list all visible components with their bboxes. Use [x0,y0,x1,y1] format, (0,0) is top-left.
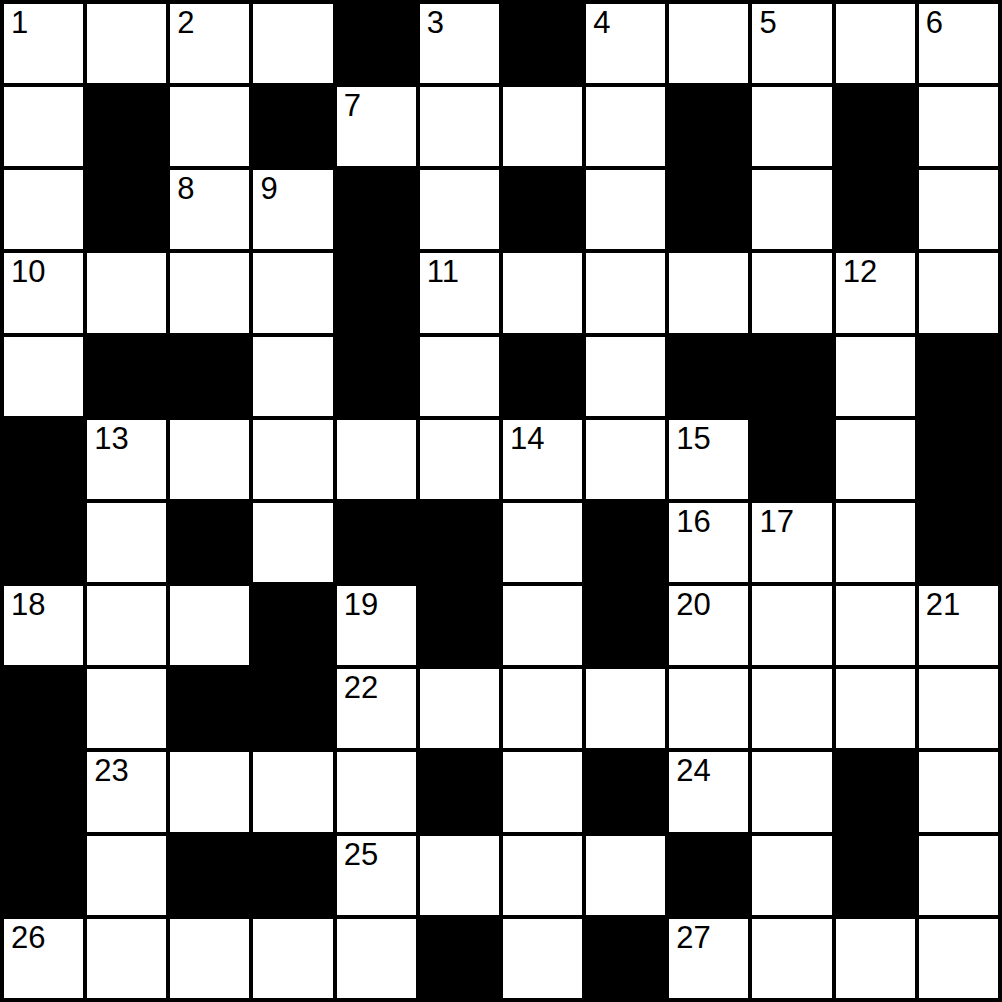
white-cell[interactable] [253,503,332,582]
black-cell [170,503,249,582]
white-cell[interactable]: 26 [4,919,83,998]
white-cell[interactable]: 10 [4,253,83,332]
white-cell[interactable]: 14 [503,420,582,499]
black-cell [669,337,748,416]
white-cell[interactable]: 20 [669,586,748,665]
white-cell[interactable] [87,836,166,915]
white-cell[interactable] [669,4,748,83]
white-cell[interactable]: 13 [87,420,166,499]
white-cell[interactable] [836,586,915,665]
black-cell [337,503,416,582]
clue-number: 17 [759,506,793,537]
white-cell[interactable] [586,337,665,416]
black-cell [836,170,915,249]
clue-number: 20 [676,589,710,620]
white-cell[interactable] [253,4,332,83]
black-cell [669,170,748,249]
black-cell [919,420,998,499]
white-cell[interactable] [170,253,249,332]
white-cell[interactable] [170,420,249,499]
white-cell[interactable] [337,420,416,499]
white-cell[interactable] [752,752,831,831]
white-cell[interactable] [919,253,998,332]
white-cell[interactable] [503,503,582,582]
white-cell[interactable] [752,919,831,998]
white-cell[interactable] [836,420,915,499]
white-cell[interactable] [919,669,998,748]
white-cell[interactable] [503,919,582,998]
clue-number: 16 [676,506,710,537]
white-cell[interactable]: 1 [4,4,83,83]
clue-number: 15 [676,423,710,454]
black-cell [836,87,915,166]
white-cell[interactable] [337,752,416,831]
black-cell [836,836,915,915]
black-cell [420,919,499,998]
black-cell [752,337,831,416]
white-cell[interactable] [669,253,748,332]
white-cell[interactable] [919,836,998,915]
clue-number: 27 [676,922,710,953]
white-cell[interactable]: 23 [87,752,166,831]
black-cell [87,170,166,249]
black-cell [919,503,998,582]
black-cell [752,420,831,499]
white-cell[interactable]: 22 [337,669,416,748]
clue-number: 3 [427,7,444,38]
white-cell[interactable] [503,586,582,665]
black-cell [669,87,748,166]
white-cell[interactable] [919,919,998,998]
black-cell [4,836,83,915]
clue-number: 10 [11,256,45,287]
clue-number: 22 [344,672,378,703]
white-cell[interactable]: 8 [170,170,249,249]
black-cell [669,836,748,915]
clue-number: 4 [593,7,610,38]
white-cell[interactable]: 12 [836,253,915,332]
white-cell[interactable] [87,669,166,748]
black-cell [337,253,416,332]
black-cell [420,586,499,665]
white-cell[interactable]: 9 [253,170,332,249]
clue-number: 7 [344,90,361,121]
clue-number: 8 [177,173,194,204]
clue-number: 2 [177,7,194,38]
clue-number: 26 [11,922,45,953]
white-cell[interactable] [503,836,582,915]
white-cell[interactable]: 18 [4,586,83,665]
black-cell [586,586,665,665]
white-cell[interactable]: 19 [337,586,416,665]
white-cell[interactable]: 4 [586,4,665,83]
white-cell[interactable] [87,253,166,332]
white-cell[interactable] [503,669,582,748]
black-cell [87,337,166,416]
clue-number: 21 [926,589,960,620]
black-cell [87,87,166,166]
white-cell[interactable] [420,836,499,915]
black-cell [586,752,665,831]
black-cell [253,669,332,748]
white-cell[interactable] [170,752,249,831]
clue-number: 6 [926,7,943,38]
white-cell[interactable] [337,919,416,998]
white-cell[interactable] [919,752,998,831]
white-cell[interactable] [253,919,332,998]
white-cell[interactable] [170,87,249,166]
black-cell [337,4,416,83]
white-cell[interactable] [4,337,83,416]
white-cell[interactable] [503,253,582,332]
black-cell [420,752,499,831]
black-cell [503,4,582,83]
black-cell [4,503,83,582]
white-cell[interactable] [253,253,332,332]
white-cell[interactable] [669,669,748,748]
white-cell[interactable] [87,503,166,582]
clue-number: 25 [344,839,378,870]
black-cell [253,87,332,166]
clue-number: 13 [94,423,128,454]
white-cell[interactable] [586,87,665,166]
white-cell[interactable]: 17 [752,503,831,582]
white-cell[interactable]: 21 [919,586,998,665]
white-cell[interactable] [503,87,582,166]
clue-number: 19 [344,589,378,620]
white-cell[interactable] [836,4,915,83]
white-cell[interactable] [752,836,831,915]
white-cell[interactable] [752,170,831,249]
white-cell[interactable] [253,752,332,831]
black-cell [170,836,249,915]
white-cell[interactable] [420,87,499,166]
clue-number: 5 [759,7,776,38]
white-cell[interactable] [4,170,83,249]
black-cell [4,669,83,748]
white-cell[interactable] [420,170,499,249]
clue-number: 18 [11,589,45,620]
white-cell[interactable]: 3 [420,4,499,83]
white-cell[interactable] [503,752,582,831]
crossword-board: 1234567891011121314151617181920212223242… [0,0,1002,1002]
clue-number: 23 [94,755,128,786]
white-cell[interactable] [87,586,166,665]
white-cell[interactable]: 2 [170,4,249,83]
white-cell[interactable]: 27 [669,919,748,998]
black-cell [4,752,83,831]
black-cell [337,337,416,416]
clue-number: 9 [260,173,277,204]
white-cell[interactable]: 15 [669,420,748,499]
black-cell [4,420,83,499]
white-cell[interactable] [919,87,998,166]
white-cell[interactable]: 11 [420,253,499,332]
white-cell[interactable] [586,420,665,499]
white-cell[interactable]: 6 [919,4,998,83]
clue-number: 14 [510,423,544,454]
white-cell[interactable] [752,586,831,665]
black-cell [170,669,249,748]
white-cell[interactable]: 5 [752,4,831,83]
white-cell[interactable] [836,337,915,416]
white-cell[interactable] [420,337,499,416]
black-cell [836,752,915,831]
white-cell[interactable] [586,669,665,748]
white-cell[interactable] [836,669,915,748]
white-cell[interactable] [836,503,915,582]
white-cell[interactable] [586,253,665,332]
black-cell [253,586,332,665]
black-cell [586,919,665,998]
white-cell[interactable] [170,919,249,998]
white-cell[interactable] [836,919,915,998]
white-cell[interactable] [87,4,166,83]
white-cell[interactable]: 16 [669,503,748,582]
white-cell[interactable] [87,919,166,998]
black-cell [503,337,582,416]
black-cell [337,170,416,249]
white-cell[interactable] [586,836,665,915]
white-cell[interactable] [253,420,332,499]
white-cell[interactable]: 7 [337,87,416,166]
black-cell [420,503,499,582]
white-cell[interactable] [253,337,332,416]
white-cell[interactable] [420,420,499,499]
white-cell[interactable] [420,669,499,748]
white-cell[interactable] [4,87,83,166]
white-cell[interactable]: 24 [669,752,748,831]
white-cell[interactable] [752,253,831,332]
clue-number: 24 [676,755,710,786]
black-cell [919,337,998,416]
white-cell[interactable] [752,669,831,748]
black-cell [170,337,249,416]
black-cell [503,170,582,249]
clue-number: 12 [843,256,877,287]
white-cell[interactable] [919,170,998,249]
black-cell [586,503,665,582]
white-cell[interactable] [586,170,665,249]
white-cell[interactable]: 25 [337,836,416,915]
clue-number: 11 [427,256,459,287]
white-cell[interactable] [170,586,249,665]
clue-number: 1 [11,7,28,38]
black-cell [253,836,332,915]
white-cell[interactable] [752,87,831,166]
